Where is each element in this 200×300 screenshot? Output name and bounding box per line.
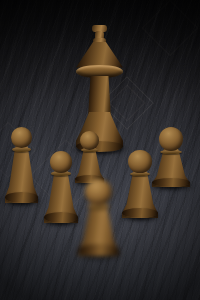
chess-piece-pawn-center-back xyxy=(75,131,104,183)
king-collar xyxy=(76,65,122,78)
pawn-head xyxy=(128,150,151,173)
pawn-base xyxy=(122,208,158,218)
chess-photo-scene xyxy=(0,0,200,300)
pawn-base xyxy=(78,244,119,256)
chess-piece-pawn-right xyxy=(122,150,158,218)
pawn-head xyxy=(80,131,99,150)
pawn-base xyxy=(5,192,38,203)
pawn-head xyxy=(159,127,183,151)
chess-piece-pawn-left xyxy=(44,151,78,223)
pawn-head xyxy=(50,151,72,173)
pawn-head xyxy=(85,179,111,205)
pawn-head xyxy=(11,127,32,148)
king-crown xyxy=(76,42,123,68)
chess-piece-pawn-far-left xyxy=(5,127,38,203)
king-stem xyxy=(88,76,111,114)
pawn-base xyxy=(44,212,78,223)
chess-piece-pawn-center-front xyxy=(78,179,119,256)
